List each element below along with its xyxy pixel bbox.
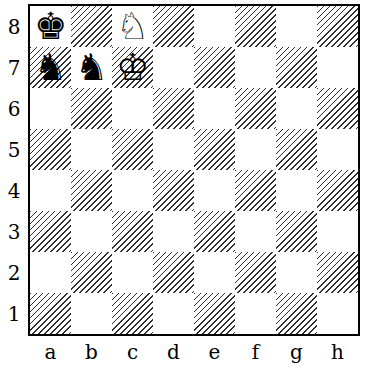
square-c8[interactable]: ♘ xyxy=(112,6,153,47)
white-knight-c8[interactable]: ♘ xyxy=(116,6,149,47)
square-e1[interactable] xyxy=(194,293,235,334)
square-f3[interactable] xyxy=(235,211,276,252)
rank-label-1: 1 xyxy=(0,293,28,334)
square-f7[interactable] xyxy=(235,47,276,88)
file-labels-row: abcdefgh xyxy=(30,336,366,368)
square-g7[interactable] xyxy=(276,47,317,88)
rank-label-7: 7 xyxy=(0,47,28,88)
square-f4[interactable] xyxy=(235,170,276,211)
file-label-c: c xyxy=(112,336,153,368)
chess-diagram: 87654321 ♚♘♞♞♔ abcdefgh xyxy=(0,0,366,371)
rank-label-8: 8 xyxy=(0,6,28,47)
square-c1[interactable] xyxy=(112,293,153,334)
board-and-ranks: 87654321 ♚♘♞♞♔ xyxy=(0,4,366,336)
square-f2[interactable] xyxy=(235,252,276,293)
file-labels: abcdefgh xyxy=(30,336,358,368)
square-a1[interactable] xyxy=(30,293,71,334)
square-d2[interactable] xyxy=(153,252,194,293)
rank-labels: 87654321 xyxy=(0,6,28,334)
square-g5[interactable] xyxy=(276,129,317,170)
square-g2[interactable] xyxy=(276,252,317,293)
file-label-g: g xyxy=(276,336,317,368)
file-label-a: a xyxy=(30,336,71,368)
square-h5[interactable] xyxy=(317,129,358,170)
square-e2[interactable] xyxy=(194,252,235,293)
black-knight-a7[interactable]: ♞ xyxy=(34,47,67,88)
file-label-e: e xyxy=(194,336,235,368)
square-b6[interactable] xyxy=(71,88,112,129)
square-b5[interactable] xyxy=(71,129,112,170)
file-label-b: b xyxy=(71,336,112,368)
square-b1[interactable] xyxy=(71,293,112,334)
square-f8[interactable] xyxy=(235,6,276,47)
square-b4[interactable] xyxy=(71,170,112,211)
square-g3[interactable] xyxy=(276,211,317,252)
square-e7[interactable] xyxy=(194,47,235,88)
square-b8[interactable] xyxy=(71,6,112,47)
square-g1[interactable] xyxy=(276,293,317,334)
square-h7[interactable] xyxy=(317,47,358,88)
square-d1[interactable] xyxy=(153,293,194,334)
square-f6[interactable] xyxy=(235,88,276,129)
file-label-d: d xyxy=(153,336,194,368)
square-b2[interactable] xyxy=(71,252,112,293)
square-e6[interactable] xyxy=(194,88,235,129)
rank-label-4: 4 xyxy=(0,170,28,211)
square-d5[interactable] xyxy=(153,129,194,170)
square-g8[interactable] xyxy=(276,6,317,47)
square-d6[interactable] xyxy=(153,88,194,129)
square-g4[interactable] xyxy=(276,170,317,211)
square-c4[interactable] xyxy=(112,170,153,211)
square-h2[interactable] xyxy=(317,252,358,293)
square-a3[interactable] xyxy=(30,211,71,252)
black-knight-b7[interactable]: ♞ xyxy=(75,47,108,88)
black-king-a8[interactable]: ♚ xyxy=(34,6,67,47)
square-a2[interactable] xyxy=(30,252,71,293)
square-h6[interactable] xyxy=(317,88,358,129)
square-a7[interactable]: ♞ xyxy=(30,47,71,88)
square-h1[interactable] xyxy=(317,293,358,334)
square-g6[interactable] xyxy=(276,88,317,129)
square-a4[interactable] xyxy=(30,170,71,211)
square-h4[interactable] xyxy=(317,170,358,211)
square-e5[interactable] xyxy=(194,129,235,170)
square-a6[interactable] xyxy=(30,88,71,129)
square-d7[interactable] xyxy=(153,47,194,88)
white-king-c7[interactable]: ♔ xyxy=(116,47,149,88)
square-f1[interactable] xyxy=(235,293,276,334)
square-h8[interactable] xyxy=(317,6,358,47)
square-a8[interactable]: ♚ xyxy=(30,6,71,47)
square-c5[interactable] xyxy=(112,129,153,170)
square-d8[interactable] xyxy=(153,6,194,47)
rank-label-3: 3 xyxy=(0,211,28,252)
file-label-h: h xyxy=(317,336,358,368)
square-e4[interactable] xyxy=(194,170,235,211)
square-e8[interactable] xyxy=(194,6,235,47)
rank-label-2: 2 xyxy=(0,252,28,293)
square-c3[interactable] xyxy=(112,211,153,252)
square-c2[interactable] xyxy=(112,252,153,293)
square-d4[interactable] xyxy=(153,170,194,211)
square-c6[interactable] xyxy=(112,88,153,129)
rank-label-5: 5 xyxy=(0,129,28,170)
square-b7[interactable]: ♞ xyxy=(71,47,112,88)
square-f5[interactable] xyxy=(235,129,276,170)
rank-label-6: 6 xyxy=(0,88,28,129)
chess-board: ♚♘♞♞♔ xyxy=(28,4,360,336)
square-b3[interactable] xyxy=(71,211,112,252)
square-h3[interactable] xyxy=(317,211,358,252)
square-e3[interactable] xyxy=(194,211,235,252)
square-c7[interactable]: ♔ xyxy=(112,47,153,88)
file-label-f: f xyxy=(235,336,276,368)
square-d3[interactable] xyxy=(153,211,194,252)
square-a5[interactable] xyxy=(30,129,71,170)
